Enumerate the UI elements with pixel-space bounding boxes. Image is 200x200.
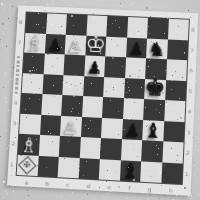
square-c2[interactable]	[59, 136, 81, 158]
rank-label-1-left: 1	[8, 161, 15, 167]
file-label-g: g	[148, 186, 152, 192]
piece-white-bishop[interactable]: ♗	[25, 33, 44, 53]
square-f6[interactable]	[125, 57, 146, 78]
rank-label-8-left: 8	[17, 19, 24, 25]
square-c6[interactable]	[63, 54, 84, 75]
rank-label-6-right: 6	[188, 67, 195, 73]
square-h1[interactable]	[161, 162, 183, 184]
square-d3[interactable]	[80, 116, 102, 138]
rank-label-3-left: 3	[11, 120, 18, 126]
square-d2[interactable]	[79, 137, 101, 159]
piece-white-bishop[interactable]: ♗	[19, 134, 38, 155]
rank-label-4-right: 4	[186, 108, 193, 114]
square-f4[interactable]	[123, 98, 145, 120]
rank-label-7-right: 7	[188, 47, 195, 53]
rank-label-7-left: 7	[16, 39, 23, 45]
piece-white-king[interactable]: ♔	[85, 33, 107, 57]
square-f8[interactable]	[127, 17, 148, 38]
square-a1[interactable]: ✠	[17, 154, 39, 176]
square-g7[interactable]: ♞	[146, 38, 167, 59]
chess-board: ♗♟♙♔♟♞♟♚♙♟♝♗✠♝	[16, 11, 190, 185]
rank-label-2-right: 2	[184, 150, 191, 156]
square-h2[interactable]	[162, 141, 184, 163]
piece-black-knight[interactable]: ♞	[148, 40, 166, 60]
square-e4[interactable]	[102, 97, 124, 119]
square-a6[interactable]	[23, 53, 44, 74]
piece-black-pawn[interactable]: ♟	[128, 41, 144, 58]
square-f3[interactable]: ♟	[122, 119, 144, 141]
square-g2[interactable]	[141, 140, 163, 162]
square-h3[interactable]	[163, 121, 185, 143]
square-d1[interactable]	[78, 158, 100, 180]
file-label-e: e	[108, 183, 112, 189]
square-b3[interactable]	[40, 114, 62, 136]
square-c4[interactable]	[61, 95, 83, 116]
square-a4[interactable]	[20, 93, 42, 114]
square-c1[interactable]	[58, 156, 80, 178]
file-label-d: d	[87, 182, 91, 188]
square-e2[interactable]	[100, 138, 122, 160]
piece-black-pawn[interactable]: ♟	[86, 59, 102, 77]
square-g5[interactable]: ♚	[144, 79, 166, 100]
square-b1[interactable]	[37, 155, 59, 177]
square-e8[interactable]	[106, 16, 127, 37]
square-a2[interactable]: ♗	[18, 134, 40, 156]
square-c3[interactable]: ♙	[60, 115, 82, 137]
piece-white-pawn[interactable]: ♙	[67, 38, 83, 55]
square-d5[interactable]	[83, 76, 104, 97]
square-e6[interactable]	[104, 56, 125, 77]
emblem-cross-icon: ✠	[24, 161, 31, 169]
square-d4[interactable]	[82, 96, 104, 117]
file-label-f: f	[128, 185, 130, 191]
square-e7[interactable]	[105, 36, 126, 57]
square-c5[interactable]	[62, 75, 83, 96]
square-d6[interactable]: ♟	[84, 55, 105, 76]
file-label-c: c	[66, 181, 69, 187]
square-h8[interactable]	[167, 19, 188, 40]
piece-black-pawn[interactable]: ♟	[124, 122, 140, 140]
square-e3[interactable]	[101, 117, 123, 139]
square-b4[interactable]	[41, 94, 63, 115]
square-f7[interactable]: ♟	[126, 37, 147, 58]
square-d7[interactable]: ♔	[85, 35, 106, 56]
square-a7[interactable]: ♗	[24, 32, 45, 53]
rank-label-5-right: 5	[187, 88, 194, 94]
piece-black-bishop[interactable]: ♝	[143, 120, 162, 141]
rank-label-1-right: 1	[183, 171, 190, 177]
file-label-h: h	[169, 187, 173, 193]
square-f1[interactable]: ♝	[119, 160, 141, 182]
chess-board-photo: 87654321 87654321 abcdefgh ♗♟♙♔♟♞♟♚♙♟♝♗✠…	[7, 5, 198, 195]
piece-black-king[interactable]: ♚	[144, 76, 166, 100]
square-h5[interactable]	[165, 80, 187, 101]
square-c8[interactable]	[66, 14, 87, 35]
board-maker-emblem: ✠	[18, 156, 36, 175]
square-b8[interactable]	[46, 13, 67, 34]
file-label-a: a	[25, 179, 29, 185]
square-g1[interactable]	[140, 161, 162, 183]
square-f5[interactable]	[124, 78, 146, 99]
square-e1[interactable]	[99, 159, 121, 181]
square-h4[interactable]	[164, 100, 186, 122]
square-b2[interactable]	[38, 135, 60, 157]
square-a5[interactable]	[22, 73, 43, 94]
photo-background: 87654321 87654321 abcdefgh ♗♟♙♔♟♞♟♚♙♟♝♗✠…	[0, 0, 200, 200]
rank-label-4-left: 4	[12, 100, 19, 106]
square-e5[interactable]	[103, 77, 125, 98]
square-b5[interactable]	[42, 74, 63, 95]
piece-black-pawn[interactable]: ♟	[47, 37, 63, 54]
file-label-b: b	[45, 180, 49, 186]
square-h7[interactable]	[167, 39, 188, 60]
piece-black-bishop[interactable]: ♝	[121, 160, 140, 181]
piece-white-pawn[interactable]: ♙	[63, 119, 79, 137]
square-b7[interactable]: ♟	[44, 33, 65, 54]
square-c7[interactable]: ♙	[65, 34, 86, 55]
square-b6[interactable]	[43, 53, 64, 74]
rank-label-3-right: 3	[185, 129, 192, 135]
rank-label-8-right: 8	[189, 27, 196, 33]
square-g3[interactable]: ♝	[142, 120, 164, 142]
rank-label-2-left: 2	[9, 141, 16, 147]
square-h6[interactable]	[166, 59, 187, 80]
square-g8[interactable]	[147, 18, 168, 39]
